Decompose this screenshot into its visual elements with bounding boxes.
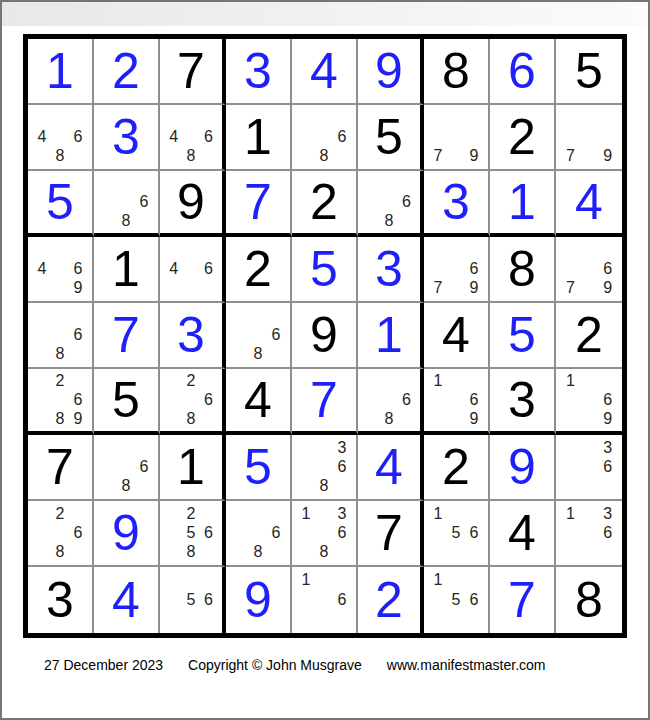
candidate-6: 6 xyxy=(598,457,617,476)
cell-r2c5[interactable]: 68 xyxy=(292,105,358,171)
empty-mark xyxy=(165,504,182,523)
empty-mark xyxy=(447,391,465,410)
cell-r5c6[interactable]: 1 xyxy=(358,303,424,369)
empty-mark xyxy=(429,108,447,127)
candidate-1: 1 xyxy=(297,504,315,523)
pencil-marks: 68 xyxy=(94,171,158,233)
cell-r7c8[interactable]: 9 xyxy=(490,435,556,501)
cell-r3c9[interactable]: 4 xyxy=(556,171,622,237)
pencil-marks: 2568 xyxy=(160,501,222,565)
cell-r7c4[interactable]: 5 xyxy=(226,435,292,501)
cell-r4c5[interactable]: 5 xyxy=(292,237,358,303)
empty-mark xyxy=(135,211,153,230)
cell-r1c1[interactable]: 1 xyxy=(28,39,94,105)
empty-mark xyxy=(200,610,217,630)
pencil-marks: 36 xyxy=(556,435,622,499)
cell-r6c7[interactable]: 169 xyxy=(424,369,490,435)
candidate-3: 3 xyxy=(598,438,617,457)
cell-r4c4[interactable]: 2 xyxy=(226,237,292,303)
given-digit: 8 xyxy=(508,244,536,294)
pencil-marks: 169 xyxy=(424,369,488,431)
empty-mark xyxy=(69,306,87,325)
empty-mark xyxy=(182,240,199,259)
empty-mark xyxy=(297,590,315,610)
empty-mark xyxy=(51,306,69,325)
empty-mark xyxy=(363,372,380,391)
empty-mark xyxy=(200,570,217,590)
empty-mark xyxy=(165,409,182,428)
empty-mark xyxy=(69,345,87,364)
pencil-marks: 368 xyxy=(292,435,356,499)
empty-mark xyxy=(200,372,217,391)
empty-mark xyxy=(182,108,199,127)
given-digit: 5 xyxy=(112,375,140,425)
candidate-4: 4 xyxy=(165,259,182,278)
cell-r9c4[interactable]: 9 xyxy=(226,567,292,633)
solved-digit: 4 xyxy=(310,46,338,96)
cell-r3c1[interactable]: 5 xyxy=(28,171,94,237)
cell-r2c4[interactable]: 1 xyxy=(226,105,292,171)
pencil-marks: 79 xyxy=(424,105,488,169)
candidate-8: 8 xyxy=(315,477,333,496)
empty-mark xyxy=(200,543,217,562)
empty-mark xyxy=(561,391,580,410)
empty-mark xyxy=(69,147,87,166)
empty-mark xyxy=(33,409,51,428)
candidate-6: 6 xyxy=(465,590,483,610)
cell-r6c9[interactable]: 169 xyxy=(556,369,622,435)
empty-mark xyxy=(117,193,135,212)
candidate-4: 4 xyxy=(33,127,51,146)
empty-mark xyxy=(333,477,351,496)
candidate-9: 9 xyxy=(69,279,87,298)
given-digit: 1 xyxy=(112,244,140,294)
empty-mark xyxy=(580,523,599,542)
given-digit: 9 xyxy=(310,310,338,360)
cell-r5c2[interactable]: 7 xyxy=(94,303,160,369)
cell-r5c5[interactable]: 9 xyxy=(292,303,358,369)
pencil-marks: 1368 xyxy=(292,501,356,565)
candidate-6: 6 xyxy=(267,523,285,542)
cell-r6c8[interactable]: 3 xyxy=(490,369,556,435)
cell-r8c1[interactable]: 268 xyxy=(28,501,94,567)
cell-r1c5[interactable]: 4 xyxy=(292,39,358,105)
candidate-3: 3 xyxy=(598,504,617,523)
empty-mark xyxy=(315,610,333,630)
cell-r9c9[interactable]: 8 xyxy=(556,567,622,633)
given-digit: 2 xyxy=(244,244,272,294)
cell-r9c8[interactable]: 7 xyxy=(490,567,556,633)
cell-r8c3[interactable]: 2568 xyxy=(160,501,226,567)
empty-mark xyxy=(561,108,580,127)
candidate-9: 9 xyxy=(598,147,617,166)
cell-r4c2[interactable]: 1 xyxy=(94,237,160,303)
pencil-marks: 469 xyxy=(28,237,92,301)
cell-r1c3[interactable]: 7 xyxy=(160,39,226,105)
cell-r9c7[interactable]: 156 xyxy=(424,567,490,633)
empty-mark xyxy=(447,127,465,146)
empty-mark xyxy=(51,391,69,410)
solved-digit: 1 xyxy=(46,46,74,96)
empty-mark xyxy=(231,523,249,542)
empty-mark xyxy=(447,372,465,391)
empty-mark xyxy=(429,590,447,610)
pencil-marks: 16 xyxy=(292,567,356,633)
cell-r6c1[interactable]: 2689 xyxy=(28,369,94,435)
cell-r3c5[interactable]: 2 xyxy=(292,171,358,237)
empty-mark xyxy=(51,108,69,127)
given-digit: 7 xyxy=(177,46,205,96)
candidate-3: 3 xyxy=(333,438,351,457)
solved-digit: 2 xyxy=(112,46,140,96)
candidate-8: 8 xyxy=(182,409,199,428)
empty-mark xyxy=(165,590,182,610)
candidate-8: 8 xyxy=(249,345,267,364)
cell-r1c9[interactable]: 5 xyxy=(556,39,622,105)
empty-mark xyxy=(580,259,599,278)
candidate-6: 6 xyxy=(333,523,351,542)
empty-mark xyxy=(447,108,465,127)
cell-r8c4[interactable]: 68 xyxy=(226,501,292,567)
empty-mark xyxy=(51,259,69,278)
empty-mark xyxy=(580,127,599,146)
solved-digit: 3 xyxy=(112,112,140,162)
cell-r2c6[interactable]: 5 xyxy=(358,105,424,171)
cell-r2c9[interactable]: 79 xyxy=(556,105,622,171)
given-digit: 1 xyxy=(177,442,205,492)
cell-r9c3[interactable]: 56 xyxy=(160,567,226,633)
candidate-1: 1 xyxy=(561,504,580,523)
empty-mark xyxy=(398,409,415,428)
cell-r1c2[interactable]: 2 xyxy=(94,39,160,105)
cell-r7c5[interactable]: 368 xyxy=(292,435,358,501)
cell-r3c4[interactable]: 7 xyxy=(226,171,292,237)
pencil-marks: 68 xyxy=(94,435,158,499)
empty-mark xyxy=(315,523,333,542)
candidate-5: 5 xyxy=(447,523,465,542)
pencil-marks: 156 xyxy=(424,567,488,633)
cell-r7c2[interactable]: 68 xyxy=(94,435,160,501)
cell-r4c1[interactable]: 469 xyxy=(28,237,94,303)
empty-mark xyxy=(267,345,285,364)
empty-mark xyxy=(165,610,182,630)
empty-mark xyxy=(33,147,51,166)
cell-r6c2[interactable]: 5 xyxy=(94,369,160,435)
solved-digit: 7 xyxy=(112,310,140,360)
empty-mark xyxy=(69,240,87,259)
candidate-6: 6 xyxy=(69,391,87,410)
empty-mark xyxy=(380,174,397,193)
empty-mark xyxy=(447,504,465,523)
pencil-marks: 68 xyxy=(358,369,420,431)
cell-r3c2[interactable]: 68 xyxy=(94,171,160,237)
candidate-7: 7 xyxy=(429,279,447,298)
empty-mark xyxy=(33,306,51,325)
cell-r9c2[interactable]: 4 xyxy=(94,567,160,633)
pencil-marks: 468 xyxy=(28,105,92,169)
empty-mark xyxy=(315,127,333,146)
empty-mark xyxy=(465,570,483,590)
empty-mark xyxy=(297,457,315,476)
solved-digit: 9 xyxy=(508,442,536,492)
empty-mark xyxy=(561,127,580,146)
empty-mark xyxy=(333,147,351,166)
given-digit: 3 xyxy=(46,575,74,625)
candidate-6: 6 xyxy=(333,457,351,476)
cell-r8c8[interactable]: 4 xyxy=(490,501,556,567)
solved-digit: 9 xyxy=(244,575,272,625)
cell-r4c8[interactable]: 8 xyxy=(490,237,556,303)
cell-r7c1[interactable]: 7 xyxy=(28,435,94,501)
empty-mark xyxy=(69,108,87,127)
candidate-2: 2 xyxy=(182,372,199,391)
cell-r1c7[interactable]: 8 xyxy=(424,39,490,105)
candidate-4: 4 xyxy=(165,127,182,146)
cell-r7c6[interactable]: 4 xyxy=(358,435,424,501)
empty-mark xyxy=(447,147,465,166)
empty-mark xyxy=(297,610,315,630)
cell-r5c9[interactable]: 2 xyxy=(556,303,622,369)
cell-r9c5[interactable]: 16 xyxy=(292,567,358,633)
solved-digit: 4 xyxy=(112,575,140,625)
pencil-marks: 68 xyxy=(28,303,92,367)
empty-mark xyxy=(363,193,380,212)
empty-mark xyxy=(465,610,483,630)
empty-mark xyxy=(429,259,447,278)
cell-r1c8[interactable]: 6 xyxy=(490,39,556,105)
given-digit: 4 xyxy=(244,375,272,425)
solved-digit: 6 xyxy=(508,46,536,96)
candidate-8: 8 xyxy=(51,409,69,428)
solved-digit: 5 xyxy=(508,310,536,360)
empty-mark xyxy=(398,372,415,391)
cell-r1c4[interactable]: 3 xyxy=(226,39,292,105)
empty-mark xyxy=(398,174,415,193)
candidate-2: 2 xyxy=(51,504,69,523)
cell-r8c9[interactable]: 136 xyxy=(556,501,622,567)
given-digit: 8 xyxy=(442,46,470,96)
cell-r6c4[interactable]: 4 xyxy=(226,369,292,435)
empty-mark xyxy=(561,409,580,428)
sudoku-board: 1273498654683468168579279568972683144691… xyxy=(23,34,627,638)
empty-mark xyxy=(561,477,580,496)
empty-mark xyxy=(33,240,51,259)
empty-mark xyxy=(267,504,285,523)
candidate-8: 8 xyxy=(315,147,333,166)
candidate-5: 5 xyxy=(182,523,199,542)
empty-mark xyxy=(182,127,199,146)
empty-mark xyxy=(580,372,599,391)
cell-r7c9[interactable]: 36 xyxy=(556,435,622,501)
candidate-5: 5 xyxy=(182,590,199,610)
candidate-6: 6 xyxy=(69,325,87,344)
empty-mark xyxy=(447,409,465,428)
empty-mark xyxy=(561,543,580,562)
cell-r2c8[interactable]: 2 xyxy=(490,105,556,171)
empty-mark xyxy=(200,147,217,166)
cell-r4c7[interactable]: 679 xyxy=(424,237,490,303)
empty-mark xyxy=(580,438,599,457)
empty-mark xyxy=(580,457,599,476)
empty-mark xyxy=(33,504,51,523)
pencil-marks: 56 xyxy=(160,567,222,633)
empty-mark xyxy=(380,193,397,212)
empty-mark xyxy=(580,108,599,127)
pencil-marks: 68 xyxy=(292,105,356,169)
empty-mark xyxy=(267,543,285,562)
empty-mark xyxy=(429,543,447,562)
cell-r5c3[interactable]: 3 xyxy=(160,303,226,369)
empty-mark xyxy=(363,211,380,230)
empty-mark xyxy=(69,504,87,523)
candidate-6: 6 xyxy=(200,391,217,410)
footer-website: www.manifestmaster.com xyxy=(387,657,546,673)
cell-r3c7[interactable]: 3 xyxy=(424,171,490,237)
cell-r7c7[interactable]: 2 xyxy=(424,435,490,501)
cell-r2c2[interactable]: 3 xyxy=(94,105,160,171)
given-digit: 4 xyxy=(442,310,470,360)
empty-mark xyxy=(580,279,599,298)
empty-mark xyxy=(200,409,217,428)
solved-digit: 7 xyxy=(508,575,536,625)
empty-mark xyxy=(561,259,580,278)
candidate-8: 8 xyxy=(249,543,267,562)
empty-mark xyxy=(99,457,117,476)
empty-mark xyxy=(165,570,182,590)
empty-mark xyxy=(447,570,465,590)
cell-r3c8[interactable]: 1 xyxy=(490,171,556,237)
given-digit: 2 xyxy=(508,112,536,162)
empty-mark xyxy=(200,279,217,298)
candidate-8: 8 xyxy=(182,543,199,562)
solved-digit: 1 xyxy=(375,310,403,360)
pencil-marks: 68 xyxy=(226,303,290,367)
cell-r6c3[interactable]: 268 xyxy=(160,369,226,435)
candidate-6: 6 xyxy=(465,259,483,278)
empty-mark xyxy=(165,108,182,127)
empty-mark xyxy=(598,127,617,146)
empty-mark xyxy=(580,391,599,410)
cell-r5c1[interactable]: 68 xyxy=(28,303,94,369)
given-digit: 5 xyxy=(375,112,403,162)
empty-mark xyxy=(297,523,315,542)
empty-mark xyxy=(598,372,617,391)
empty-mark xyxy=(333,543,351,562)
cell-r5c4[interactable]: 68 xyxy=(226,303,292,369)
candidate-8: 8 xyxy=(51,345,69,364)
empty-mark xyxy=(99,193,117,212)
cell-r5c8[interactable]: 5 xyxy=(490,303,556,369)
page-frame: 1273498654683468168579279568972683144691… xyxy=(0,0,650,720)
pencil-marks: 2689 xyxy=(28,369,92,431)
cell-r8c5[interactable]: 1368 xyxy=(292,501,358,567)
empty-mark xyxy=(363,409,380,428)
solved-digit: 3 xyxy=(177,310,205,360)
cell-r3c6[interactable]: 68 xyxy=(358,171,424,237)
cell-r2c7[interactable]: 79 xyxy=(424,105,490,171)
candidate-1: 1 xyxy=(429,570,447,590)
empty-mark xyxy=(165,240,182,259)
empty-mark xyxy=(580,147,599,166)
empty-mark xyxy=(297,108,315,127)
cell-r9c6[interactable]: 2 xyxy=(358,567,424,633)
empty-mark xyxy=(598,477,617,496)
cell-r2c3[interactable]: 468 xyxy=(160,105,226,171)
cell-r2c1[interactable]: 468 xyxy=(28,105,94,171)
empty-mark xyxy=(598,240,617,259)
pencil-marks: 46 xyxy=(160,237,222,301)
pencil-marks: 468 xyxy=(160,105,222,169)
empty-mark xyxy=(447,240,465,259)
empty-mark xyxy=(165,147,182,166)
cell-r4c6[interactable]: 3 xyxy=(358,237,424,303)
empty-mark xyxy=(231,306,249,325)
empty-mark xyxy=(363,174,380,193)
empty-mark xyxy=(51,325,69,344)
empty-mark xyxy=(231,345,249,364)
cell-r8c6[interactable]: 7 xyxy=(358,501,424,567)
given-digit: 4 xyxy=(508,508,536,558)
candidate-6: 6 xyxy=(465,391,483,410)
cell-r9c1[interactable]: 3 xyxy=(28,567,94,633)
empty-mark xyxy=(117,438,135,457)
candidate-2: 2 xyxy=(182,504,199,523)
empty-mark xyxy=(580,543,599,562)
empty-mark xyxy=(380,372,397,391)
candidate-6: 6 xyxy=(267,325,285,344)
cell-r6c5[interactable]: 7 xyxy=(292,369,358,435)
footer-date: 27 December 2023 xyxy=(44,657,163,673)
empty-mark xyxy=(315,590,333,610)
candidate-6: 6 xyxy=(398,193,415,212)
empty-mark xyxy=(69,543,87,562)
empty-mark xyxy=(429,610,447,630)
empty-mark xyxy=(465,108,483,127)
cell-r8c7[interactable]: 156 xyxy=(424,501,490,567)
empty-mark xyxy=(165,372,182,391)
cell-r4c3[interactable]: 46 xyxy=(160,237,226,303)
cell-r3c3[interactable]: 9 xyxy=(160,171,226,237)
cell-r5c7[interactable]: 4 xyxy=(424,303,490,369)
empty-mark xyxy=(249,306,267,325)
cell-r4c9[interactable]: 679 xyxy=(556,237,622,303)
pencil-marks: 156 xyxy=(424,501,488,565)
empty-mark xyxy=(561,438,580,457)
candidate-6: 6 xyxy=(398,391,415,410)
solved-digit: 9 xyxy=(375,46,403,96)
empty-mark xyxy=(33,279,51,298)
cell-r1c6[interactable]: 9 xyxy=(358,39,424,105)
pencil-marks: 68 xyxy=(226,501,290,565)
cell-r8c2[interactable]: 9 xyxy=(94,501,160,567)
cell-r7c3[interactable]: 1 xyxy=(160,435,226,501)
empty-mark xyxy=(429,127,447,146)
candidate-7: 7 xyxy=(561,147,580,166)
candidate-9: 9 xyxy=(69,409,87,428)
empty-mark xyxy=(99,174,117,193)
empty-mark xyxy=(99,211,117,230)
cell-r6c6[interactable]: 68 xyxy=(358,369,424,435)
empty-mark xyxy=(33,543,51,562)
empty-mark xyxy=(182,610,199,630)
candidate-6: 6 xyxy=(200,127,217,146)
empty-mark xyxy=(598,108,617,127)
candidate-8: 8 xyxy=(315,543,333,562)
candidate-6: 6 xyxy=(598,523,617,542)
candidate-6: 6 xyxy=(333,590,351,610)
candidate-2: 2 xyxy=(51,372,69,391)
empty-mark xyxy=(117,174,135,193)
